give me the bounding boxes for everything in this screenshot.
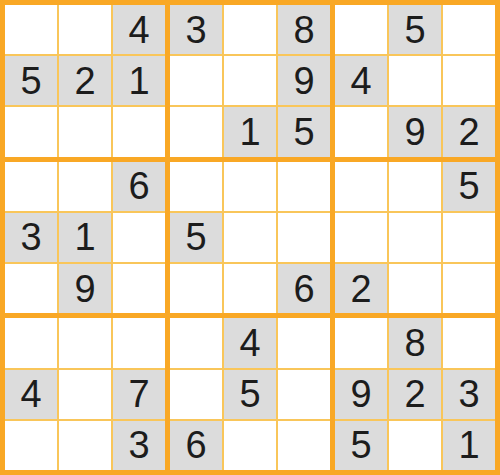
cell-r1c2-empty[interactable] (59, 5, 111, 54)
cell-r3c1-empty[interactable] (5, 107, 57, 156)
cell-r7c8-given: 8 (389, 318, 441, 367)
cell-r1c4-given: 3 (170, 5, 222, 54)
cell-r1c3-given: 4 (113, 5, 165, 54)
cell-r5c5-empty[interactable] (224, 213, 276, 262)
sudoku-box-5: 56 (170, 162, 330, 314)
cell-r7c9-empty[interactable] (443, 318, 495, 367)
cell-r7c4-empty[interactable] (170, 318, 222, 367)
cell-r6c5-empty[interactable] (224, 264, 276, 313)
cell-r3c7-empty[interactable] (335, 107, 387, 156)
cell-r3c4-empty[interactable] (170, 107, 222, 156)
cell-r8c3-given: 7 (113, 370, 165, 419)
sudoku-box-9: 892351 (335, 318, 495, 470)
cell-r2c1-given: 5 (5, 56, 57, 105)
cell-r2c8-empty[interactable] (389, 56, 441, 105)
cell-r4c8-empty[interactable] (389, 162, 441, 211)
cell-r3c9-given: 2 (443, 107, 495, 156)
cell-r1c9-empty[interactable] (443, 5, 495, 54)
cell-r5c2-given: 1 (59, 213, 111, 262)
cell-r7c6-empty[interactable] (278, 318, 330, 367)
cell-r7c3-empty[interactable] (113, 318, 165, 367)
cell-r9c2-empty[interactable] (59, 421, 111, 470)
cell-r5c1-given: 3 (5, 213, 57, 262)
sudoku-box-1: 4521 (5, 5, 165, 157)
cell-r2c2-given: 2 (59, 56, 111, 105)
sudoku-board: 452138915549263195652473456892351 (0, 0, 500, 475)
cell-r8c8-given: 2 (389, 370, 441, 419)
cell-r6c9-empty[interactable] (443, 264, 495, 313)
cell-r4c3-given: 6 (113, 162, 165, 211)
cell-r5c9-empty[interactable] (443, 213, 495, 262)
cell-r6c7-given: 2 (335, 264, 387, 313)
cell-r3c6-given: 5 (278, 107, 330, 156)
cell-r8c9-given: 3 (443, 370, 495, 419)
cell-r2c5-empty[interactable] (224, 56, 276, 105)
cell-r4c7-empty[interactable] (335, 162, 387, 211)
cell-r9c1-empty[interactable] (5, 421, 57, 470)
cell-r4c2-empty[interactable] (59, 162, 111, 211)
cell-r4c9-given: 5 (443, 162, 495, 211)
cell-r2c6-given: 9 (278, 56, 330, 105)
cell-r7c2-empty[interactable] (59, 318, 111, 367)
cell-r4c4-empty[interactable] (170, 162, 222, 211)
cell-r9c6-empty[interactable] (278, 421, 330, 470)
cell-r4c6-empty[interactable] (278, 162, 330, 211)
cell-r3c8-given: 9 (389, 107, 441, 156)
cell-r9c4-given: 6 (170, 421, 222, 470)
cell-r7c5-given: 4 (224, 318, 276, 367)
cell-r1c7-empty[interactable] (335, 5, 387, 54)
cell-r8c6-empty[interactable] (278, 370, 330, 419)
cell-r5c7-empty[interactable] (335, 213, 387, 262)
sudoku-box-7: 473 (5, 318, 165, 470)
cell-r6c6-given: 6 (278, 264, 330, 313)
cell-r4c5-empty[interactable] (224, 162, 276, 211)
cell-r5c4-given: 5 (170, 213, 222, 262)
cell-r6c2-given: 9 (59, 264, 111, 313)
cell-r5c3-empty[interactable] (113, 213, 165, 262)
cell-r9c8-empty[interactable] (389, 421, 441, 470)
cell-r5c8-empty[interactable] (389, 213, 441, 262)
cell-r3c3-empty[interactable] (113, 107, 165, 156)
cell-r1c5-empty[interactable] (224, 5, 276, 54)
sudoku-box-4: 6319 (5, 162, 165, 314)
cell-r4c1-empty[interactable] (5, 162, 57, 211)
sudoku-box-3: 5492 (335, 5, 495, 157)
cell-r8c7-given: 9 (335, 370, 387, 419)
cell-r3c5-given: 1 (224, 107, 276, 156)
sudoku-box-8: 456 (170, 318, 330, 470)
cell-r3c2-empty[interactable] (59, 107, 111, 156)
cell-r1c8-given: 5 (389, 5, 441, 54)
cell-r2c4-empty[interactable] (170, 56, 222, 105)
cell-r1c1-empty[interactable] (5, 5, 57, 54)
cell-r2c7-given: 4 (335, 56, 387, 105)
cell-r9c7-given: 5 (335, 421, 387, 470)
cell-r6c3-empty[interactable] (113, 264, 165, 313)
sudoku-box-2: 38915 (170, 5, 330, 157)
cell-r7c7-empty[interactable] (335, 318, 387, 367)
cell-r9c9-given: 1 (443, 421, 495, 470)
cell-r7c1-empty[interactable] (5, 318, 57, 367)
cell-r8c5-given: 5 (224, 370, 276, 419)
sudoku-box-6: 52 (335, 162, 495, 314)
cell-r1c6-given: 8 (278, 5, 330, 54)
cell-r8c4-empty[interactable] (170, 370, 222, 419)
cell-r2c9-empty[interactable] (443, 56, 495, 105)
cell-r6c8-empty[interactable] (389, 264, 441, 313)
cell-r8c1-given: 4 (5, 370, 57, 419)
cell-r8c2-empty[interactable] (59, 370, 111, 419)
cell-r6c1-empty[interactable] (5, 264, 57, 313)
cell-r2c3-given: 1 (113, 56, 165, 105)
cell-r9c3-given: 3 (113, 421, 165, 470)
cell-r9c5-empty[interactable] (224, 421, 276, 470)
cell-r6c4-empty[interactable] (170, 264, 222, 313)
cell-r5c6-empty[interactable] (278, 213, 330, 262)
